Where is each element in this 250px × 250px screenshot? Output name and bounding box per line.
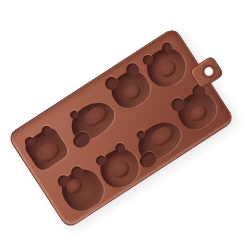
- hanging-hole: [200, 62, 218, 80]
- white-background: [0, 0, 250, 250]
- bear-muzzle-relief: [187, 103, 210, 125]
- lion-face-relief: [108, 157, 133, 182]
- hanging-tab: [189, 55, 225, 90]
- hippo-body-relief: [148, 123, 177, 149]
- bear-muzzle-relief: [121, 81, 144, 103]
- cavity-hippo-face: [22, 125, 71, 173]
- cavity-hippo-body: [65, 95, 120, 146]
- hippo-muzzle-relief: [34, 138, 63, 165]
- chocolate-mold-tray: [7, 27, 236, 230]
- cavity-hippo-body: [131, 115, 186, 166]
- cavity-bear-face: [172, 86, 222, 135]
- lion-face-relief: [154, 56, 179, 81]
- bear-head-relief: [64, 176, 85, 196]
- hippo-body-relief: [81, 103, 110, 129]
